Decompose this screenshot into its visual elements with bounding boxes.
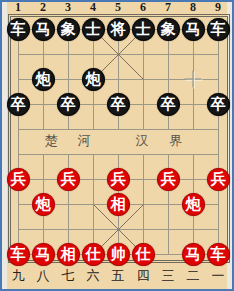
point-9-3[interactable] xyxy=(206,67,231,92)
point-3-7[interactable]: 兵 xyxy=(56,167,81,192)
point-1-3[interactable] xyxy=(6,67,31,92)
point-4-10[interactable]: 仕 xyxy=(81,242,106,267)
file-number-bottom-3: 七 xyxy=(62,267,75,285)
red-cannon[interactable]: 炮 xyxy=(182,193,205,216)
point-2-8[interactable]: 炮 xyxy=(31,192,56,217)
red-soldier[interactable]: 兵 xyxy=(107,168,130,191)
file-number-bottom-9: 一 xyxy=(212,267,225,285)
point-7-1[interactable]: 象 xyxy=(156,17,181,42)
file-number-top-2: 2 xyxy=(40,0,46,15)
xiangqi-board-window: 123456789 九八七六五四三二一 楚河汉界 车马象士将士象马车炮炮卒卒卒卒… xyxy=(0,0,234,291)
black-horse[interactable]: 马 xyxy=(182,18,205,41)
point-4-3[interactable]: 炮 xyxy=(81,67,106,92)
point-3-9[interactable] xyxy=(56,217,81,242)
point-8-5[interactable] xyxy=(181,117,206,142)
point-6-5[interactable] xyxy=(131,117,156,142)
point-4-5[interactable] xyxy=(81,117,106,142)
point-7-9[interactable] xyxy=(156,217,181,242)
point-6-4[interactable] xyxy=(131,92,156,117)
point-5-4[interactable]: 卒 xyxy=(106,92,131,117)
black-chariot[interactable]: 车 xyxy=(7,18,30,41)
point-2-7[interactable] xyxy=(31,167,56,192)
point-5-10[interactable]: 帅 xyxy=(106,242,131,267)
red-cannon[interactable]: 炮 xyxy=(32,193,55,216)
point-7-4[interactable]: 卒 xyxy=(156,92,181,117)
point-5-5[interactable] xyxy=(106,117,131,142)
point-8-8[interactable]: 炮 xyxy=(181,192,206,217)
point-8-9[interactable] xyxy=(181,217,206,242)
file-number-top-7: 7 xyxy=(165,0,171,15)
file-number-bottom-8: 二 xyxy=(187,267,200,285)
point-9-10[interactable]: 车 xyxy=(206,242,231,267)
black-elephant[interactable]: 象 xyxy=(157,18,180,41)
point-2-3[interactable]: 炮 xyxy=(31,67,56,92)
point-3-2[interactable] xyxy=(56,42,81,67)
point-3-4[interactable]: 卒 xyxy=(56,92,81,117)
point-3-3[interactable] xyxy=(56,67,81,92)
point-8-7[interactable] xyxy=(181,167,206,192)
red-soldier[interactable]: 兵 xyxy=(207,168,230,191)
file-number-top-5: 5 xyxy=(115,0,121,15)
red-soldier[interactable]: 兵 xyxy=(157,168,180,191)
point-5-6[interactable] xyxy=(106,142,131,167)
point-8-1[interactable]: 马 xyxy=(181,17,206,42)
point-4-9[interactable] xyxy=(81,217,106,242)
point-6-2[interactable] xyxy=(131,42,156,67)
point-1-9[interactable] xyxy=(6,217,31,242)
point-4-6[interactable] xyxy=(81,142,106,167)
point-4-4[interactable] xyxy=(81,92,106,117)
black-soldier[interactable]: 卒 xyxy=(107,93,130,116)
point-8-2[interactable] xyxy=(181,42,206,67)
point-1-4[interactable]: 卒 xyxy=(6,92,31,117)
black-chariot[interactable]: 车 xyxy=(207,18,230,41)
point-5-9[interactable] xyxy=(106,217,131,242)
point-6-1[interactable]: 士 xyxy=(131,17,156,42)
black-advisor[interactable]: 士 xyxy=(82,18,105,41)
file-number-bottom-6: 四 xyxy=(137,267,150,285)
file-number-top-8: 8 xyxy=(190,0,196,15)
red-soldier[interactable]: 兵 xyxy=(57,168,80,191)
point-7-5[interactable] xyxy=(156,117,181,142)
point-6-3[interactable] xyxy=(131,67,156,92)
black-soldier[interactable]: 卒 xyxy=(7,93,30,116)
point-5-1[interactable]: 将 xyxy=(106,17,131,42)
point-1-10[interactable]: 车 xyxy=(6,242,31,267)
point-9-1[interactable]: 车 xyxy=(206,17,231,42)
black-soldier[interactable]: 卒 xyxy=(207,93,230,116)
red-elephant[interactable]: 相 xyxy=(57,243,80,266)
point-2-5[interactable] xyxy=(31,117,56,142)
file-number-bottom-2: 八 xyxy=(37,267,50,285)
black-elephant[interactable]: 象 xyxy=(57,18,80,41)
point-3-8[interactable] xyxy=(56,192,81,217)
red-chariot[interactable]: 车 xyxy=(7,243,30,266)
file-number-bottom-7: 三 xyxy=(162,267,175,285)
black-cannon[interactable]: 炮 xyxy=(32,68,55,91)
point-2-9[interactable] xyxy=(31,217,56,242)
point-6-10[interactable]: 仕 xyxy=(131,242,156,267)
point-8-3[interactable] xyxy=(181,67,206,92)
point-3-1[interactable]: 象 xyxy=(56,17,81,42)
point-6-9[interactable] xyxy=(131,217,156,242)
black-general[interactable]: 将 xyxy=(107,18,130,41)
file-number-top-6: 6 xyxy=(140,0,146,15)
red-general[interactable]: 帅 xyxy=(107,243,130,266)
black-horse[interactable]: 马 xyxy=(32,18,55,41)
point-7-3[interactable] xyxy=(156,67,181,92)
point-9-6[interactable] xyxy=(206,142,231,167)
point-1-6[interactable] xyxy=(6,142,31,167)
black-advisor[interactable]: 士 xyxy=(132,18,155,41)
point-1-8[interactable] xyxy=(6,192,31,217)
file-number-top-1: 1 xyxy=(15,0,21,15)
point-7-8[interactable] xyxy=(156,192,181,217)
point-7-10[interactable] xyxy=(156,242,181,267)
file-number-bottom-5: 五 xyxy=(112,267,125,285)
black-soldier[interactable]: 卒 xyxy=(57,93,80,116)
file-number-top-9: 9 xyxy=(215,0,221,15)
point-2-4[interactable] xyxy=(31,92,56,117)
file-number-bottom-1: 九 xyxy=(12,267,25,285)
point-3-5[interactable] xyxy=(56,117,81,142)
black-soldier[interactable]: 卒 xyxy=(157,93,180,116)
red-horse[interactable]: 马 xyxy=(32,243,55,266)
point-5-3[interactable] xyxy=(106,67,131,92)
red-advisor[interactable]: 仕 xyxy=(132,243,155,266)
point-2-1[interactable]: 马 xyxy=(31,17,56,42)
board-points: 车马象士将士象马车炮炮卒卒卒卒卒兵兵兵兵兵炮相炮车马相仕帅仕马车 xyxy=(6,17,231,267)
point-4-1[interactable]: 士 xyxy=(81,17,106,42)
file-number-top-3: 3 xyxy=(65,0,71,15)
red-advisor[interactable]: 仕 xyxy=(82,243,105,266)
point-8-4[interactable] xyxy=(181,92,206,117)
point-7-7[interactable]: 兵 xyxy=(156,167,181,192)
point-7-2[interactable] xyxy=(156,42,181,67)
point-5-7[interactable]: 兵 xyxy=(106,167,131,192)
red-elephant[interactable]: 相 xyxy=(107,193,130,216)
point-9-5[interactable] xyxy=(206,117,231,142)
file-number-top-4: 4 xyxy=(90,0,96,15)
point-9-4[interactable]: 卒 xyxy=(206,92,231,117)
point-6-6[interactable] xyxy=(131,142,156,167)
point-8-6[interactable] xyxy=(181,142,206,167)
red-horse[interactable]: 马 xyxy=(182,243,205,266)
red-chariot[interactable]: 车 xyxy=(207,243,230,266)
point-4-8[interactable] xyxy=(81,192,106,217)
point-1-5[interactable] xyxy=(6,117,31,142)
point-1-1[interactable]: 车 xyxy=(6,17,31,42)
point-5-2[interactable] xyxy=(106,42,131,67)
point-1-2[interactable] xyxy=(6,42,31,67)
point-6-7[interactable] xyxy=(131,167,156,192)
point-7-6[interactable] xyxy=(156,142,181,167)
black-cannon[interactable]: 炮 xyxy=(82,68,105,91)
point-9-2[interactable] xyxy=(206,42,231,67)
file-number-bottom-4: 六 xyxy=(87,267,100,285)
point-3-10[interactable]: 相 xyxy=(56,242,81,267)
point-4-2[interactable] xyxy=(81,42,106,67)
point-2-2[interactable] xyxy=(31,42,56,67)
point-1-7[interactable]: 兵 xyxy=(6,167,31,192)
point-9-7[interactable]: 兵 xyxy=(206,167,231,192)
point-2-6[interactable] xyxy=(31,142,56,167)
point-9-9[interactable] xyxy=(206,217,231,242)
point-6-8[interactable] xyxy=(131,192,156,217)
point-5-8[interactable]: 相 xyxy=(106,192,131,217)
point-8-10[interactable]: 马 xyxy=(181,242,206,267)
point-4-7[interactable] xyxy=(81,167,106,192)
point-9-8[interactable] xyxy=(206,192,231,217)
point-3-6[interactable] xyxy=(56,142,81,167)
point-2-10[interactable]: 马 xyxy=(31,242,56,267)
red-soldier[interactable]: 兵 xyxy=(7,168,30,191)
